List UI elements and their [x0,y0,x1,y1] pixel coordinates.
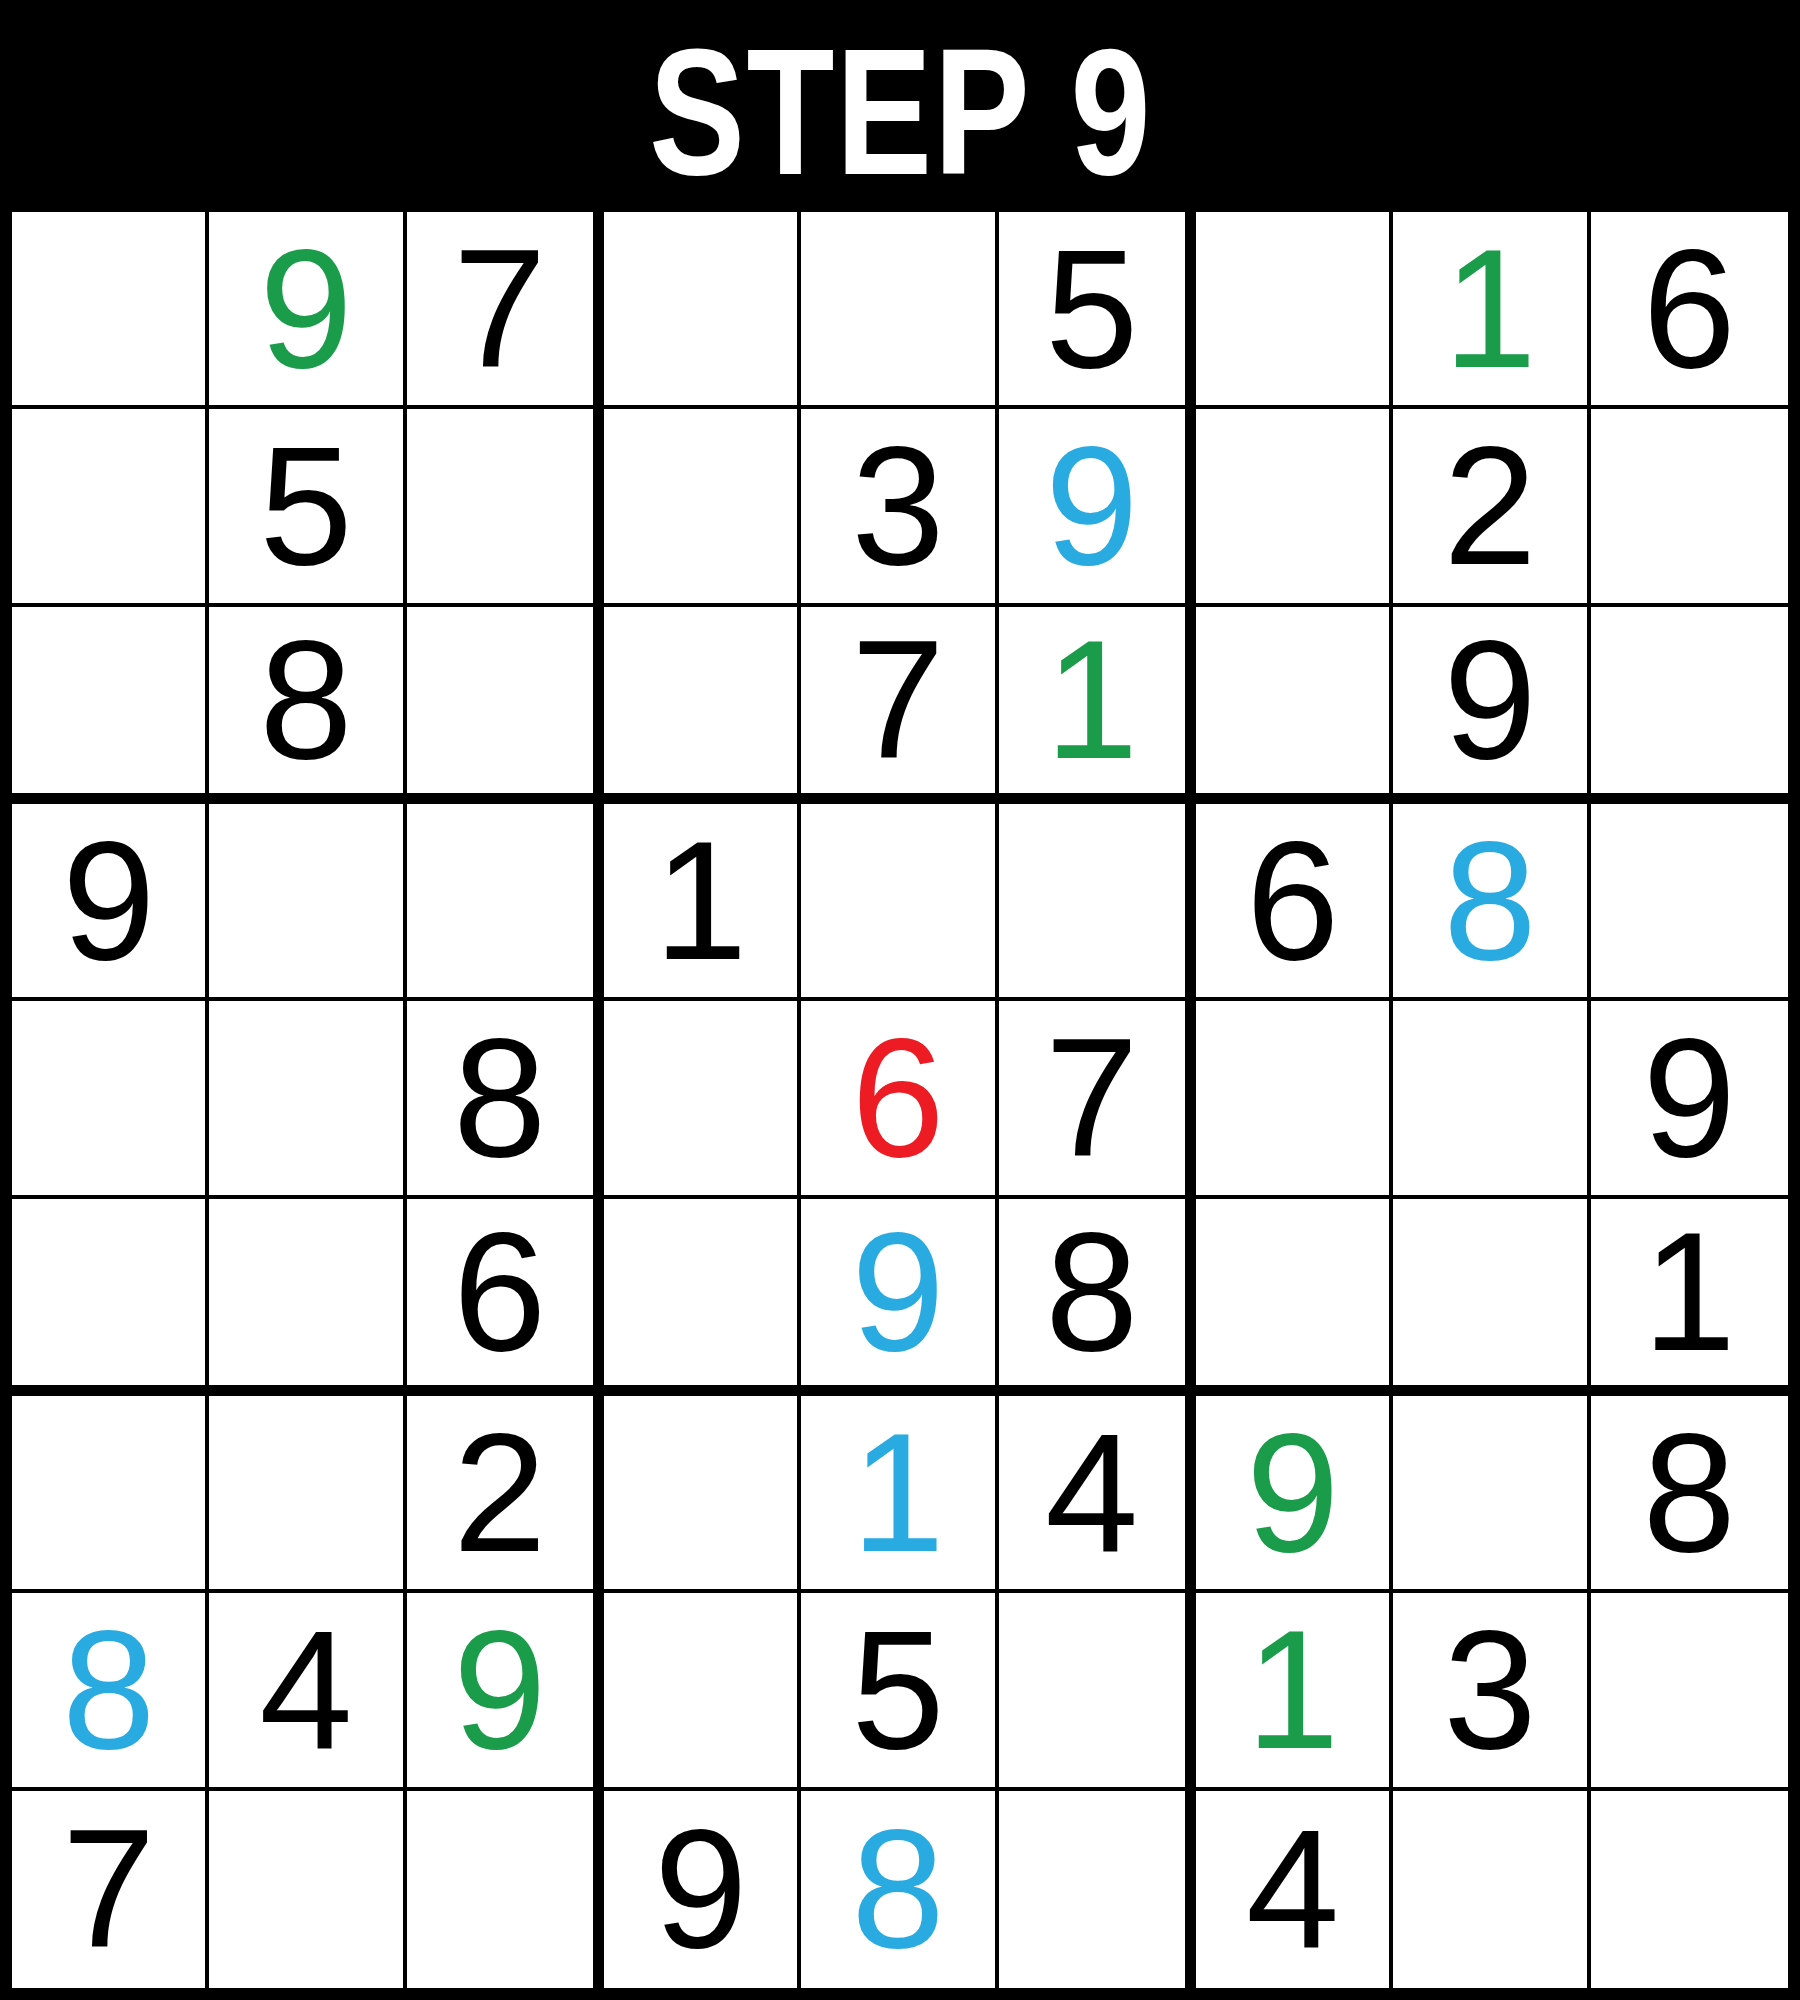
cell-r2c8[interactable]: 2 [1393,409,1590,606]
cell-r1c1[interactable] [12,212,209,409]
sudoku-board: 9751653928719916886796981214988495137984 [0,200,1800,2000]
cell-r4c2[interactable] [209,804,406,1001]
cell-r4c1[interactable]: 9 [12,804,209,1001]
cell-r8c7[interactable]: 1 [1196,1593,1393,1790]
cell-r8c4[interactable] [604,1593,801,1790]
cell-r1c2[interactable]: 9 [209,212,406,409]
title-bar: STEP 9 [0,0,1800,200]
cell-r2c1[interactable] [12,409,209,606]
cell-r5c7[interactable] [1196,1001,1393,1198]
cell-r6c3[interactable]: 6 [407,1199,604,1396]
cell-r7c8[interactable] [1393,1396,1590,1593]
cell-r8c3[interactable]: 9 [407,1593,604,1790]
cell-r6c8[interactable] [1393,1199,1590,1396]
cell-r7c7[interactable]: 9 [1196,1396,1393,1593]
cell-r2c3[interactable] [407,409,604,606]
cell-r7c1[interactable] [12,1396,209,1593]
cell-r3c2[interactable]: 8 [209,607,406,804]
cell-r6c9[interactable]: 1 [1591,1199,1788,1396]
cell-r8c8[interactable]: 3 [1393,1593,1590,1790]
cell-r5c9[interactable]: 9 [1591,1001,1788,1198]
cell-r6c6[interactable]: 8 [999,1199,1196,1396]
cell-r4c9[interactable] [1591,804,1788,1001]
cell-r4c8[interactable]: 8 [1393,804,1590,1001]
cell-r7c3[interactable]: 2 [407,1396,604,1593]
cell-r6c2[interactable] [209,1199,406,1396]
cell-r2c6[interactable]: 9 [999,409,1196,606]
cell-r1c6[interactable]: 5 [999,212,1196,409]
page-title: STEP 9 [648,22,1151,202]
cell-r9c8[interactable] [1393,1791,1590,1988]
cell-r7c6[interactable]: 4 [999,1396,1196,1593]
cell-r3c5[interactable]: 7 [801,607,998,804]
cell-r9c7[interactable]: 4 [1196,1791,1393,1988]
cell-r3c7[interactable] [1196,607,1393,804]
cell-r8c2[interactable]: 4 [209,1593,406,1790]
cell-r5c2[interactable] [209,1001,406,1198]
cell-r4c7[interactable]: 6 [1196,804,1393,1001]
cell-r6c7[interactable] [1196,1199,1393,1396]
cell-r4c6[interactable] [999,804,1196,1001]
cell-r9c1[interactable]: 7 [12,1791,209,1988]
cell-r8c9[interactable] [1591,1593,1788,1790]
cell-r7c5[interactable]: 1 [801,1396,998,1593]
cell-r1c4[interactable] [604,212,801,409]
cell-r9c3[interactable] [407,1791,604,1988]
cell-r3c8[interactable]: 9 [1393,607,1590,804]
cell-r1c7[interactable] [1196,212,1393,409]
cell-r4c4[interactable]: 1 [604,804,801,1001]
cell-r6c1[interactable] [12,1199,209,1396]
cell-r3c9[interactable] [1591,607,1788,804]
cell-r9c4[interactable]: 9 [604,1791,801,1988]
cell-r9c9[interactable] [1591,1791,1788,1988]
cell-r9c6[interactable] [999,1791,1196,1988]
cell-r6c4[interactable] [604,1199,801,1396]
cell-r9c2[interactable] [209,1791,406,1988]
cell-r5c1[interactable] [12,1001,209,1198]
cell-r7c9[interactable]: 8 [1591,1396,1788,1593]
cell-r5c4[interactable] [604,1001,801,1198]
cell-r2c5[interactable]: 3 [801,409,998,606]
cell-r8c1[interactable]: 8 [12,1593,209,1790]
cell-r1c8[interactable]: 1 [1393,212,1590,409]
cell-r5c5[interactable]: 6 [801,1001,998,1198]
cell-r2c2[interactable]: 5 [209,409,406,606]
cell-r3c4[interactable] [604,607,801,804]
cell-r7c4[interactable] [604,1396,801,1593]
cell-r5c6[interactable]: 7 [999,1001,1196,1198]
cell-r4c3[interactable] [407,804,604,1001]
cell-r7c2[interactable] [209,1396,406,1593]
cell-r8c6[interactable] [999,1593,1196,1790]
cell-r9c5[interactable]: 8 [801,1791,998,1988]
cell-r3c6[interactable]: 1 [999,607,1196,804]
cell-r2c9[interactable] [1591,409,1788,606]
cell-r1c5[interactable] [801,212,998,409]
cell-r1c3[interactable]: 7 [407,212,604,409]
cell-r5c3[interactable]: 8 [407,1001,604,1198]
cell-r1c9[interactable]: 6 [1591,212,1788,409]
cell-r6c5[interactable]: 9 [801,1199,998,1396]
cell-r3c1[interactable] [12,607,209,804]
cell-r3c3[interactable] [407,607,604,804]
cell-r2c7[interactable] [1196,409,1393,606]
cell-r5c8[interactable] [1393,1001,1590,1198]
cell-r4c5[interactable] [801,804,998,1001]
cell-r8c5[interactable]: 5 [801,1593,998,1790]
cell-r2c4[interactable] [604,409,801,606]
